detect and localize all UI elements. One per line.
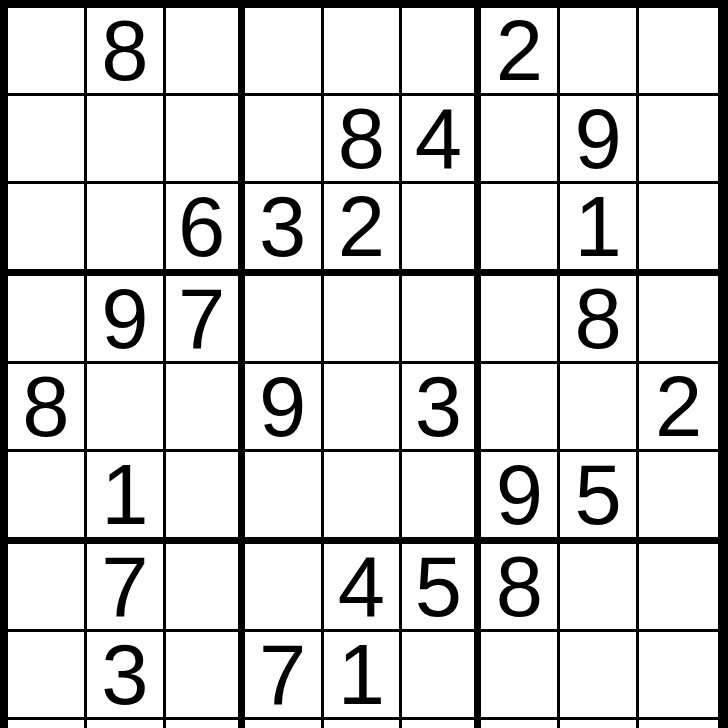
cell-r5c9[interactable]: 2 — [639, 364, 718, 452]
cell-r6c8[interactable]: 5 — [560, 452, 639, 544]
cell-digit: 6 — [178, 184, 225, 269]
cell-r4c5[interactable] — [324, 276, 403, 364]
cell-r1c8[interactable] — [560, 8, 639, 96]
cell-digit: 9 — [259, 364, 306, 449]
cell-r9c3[interactable]: 8 — [166, 720, 245, 728]
cell-r2c1[interactable] — [8, 96, 87, 184]
cell-r9c5[interactable] — [324, 720, 403, 728]
cell-digit: 8 — [338, 96, 385, 181]
cell-r6c5[interactable] — [324, 452, 403, 544]
cell-r5c4[interactable]: 9 — [245, 364, 324, 452]
cell-r2c8[interactable]: 9 — [560, 96, 639, 184]
cell-r1c1[interactable] — [8, 8, 87, 96]
cell-r8c7[interactable] — [481, 632, 560, 720]
cell-r6c7[interactable]: 9 — [481, 452, 560, 544]
cell-r1c2[interactable]: 8 — [87, 8, 166, 96]
cell-r4c9[interactable] — [639, 276, 718, 364]
cell-digit: 3 — [415, 364, 462, 449]
cell-r7c8[interactable] — [560, 544, 639, 632]
cell-r1c4[interactable] — [245, 8, 324, 96]
cell-r4c4[interactable] — [245, 276, 324, 364]
cell-r3c6[interactable] — [402, 184, 481, 276]
cell-r5c2[interactable] — [87, 364, 166, 452]
cell-r4c6[interactable] — [402, 276, 481, 364]
cell-digit: 7 — [101, 544, 148, 629]
cell-r6c3[interactable] — [166, 452, 245, 544]
cell-r9c4[interactable] — [245, 720, 324, 728]
cell-r8c9[interactable] — [639, 632, 718, 720]
cell-r9c6[interactable] — [402, 720, 481, 728]
cell-r5c1[interactable]: 8 — [8, 364, 87, 452]
cell-r4c2[interactable]: 9 — [87, 276, 166, 364]
cell-r5c3[interactable] — [166, 364, 245, 452]
cell-r6c9[interactable] — [639, 452, 718, 544]
cell-digit: 9 — [496, 452, 543, 537]
cell-digit: 9 — [101, 276, 148, 361]
cell-digit: 4 — [338, 544, 385, 629]
cell-r3c2[interactable] — [87, 184, 166, 276]
sudoku-board: 8284963219788932195745837184 — [0, 0, 728, 728]
cell-digit: 8 — [178, 720, 225, 728]
cell-digit: 8 — [496, 544, 543, 629]
cell-r2c9[interactable] — [639, 96, 718, 184]
cell-r3c9[interactable] — [639, 184, 718, 276]
cell-digit: 8 — [575, 276, 622, 361]
cell-digit: 2 — [655, 364, 702, 449]
cell-r2c7[interactable] — [481, 96, 560, 184]
cell-digit: 2 — [338, 184, 385, 269]
cell-r5c6[interactable]: 3 — [402, 364, 481, 452]
cell-r3c1[interactable] — [8, 184, 87, 276]
cell-digit: 1 — [101, 452, 148, 537]
cell-digit: 8 — [101, 8, 148, 93]
cell-digit: 7 — [178, 276, 225, 361]
cell-r1c3[interactable] — [166, 8, 245, 96]
cell-r5c8[interactable] — [560, 364, 639, 452]
cell-r9c1[interactable] — [8, 720, 87, 728]
cell-r8c8[interactable] — [560, 632, 639, 720]
cell-r1c6[interactable] — [402, 8, 481, 96]
cell-r2c5[interactable]: 8 — [324, 96, 403, 184]
cell-r3c8[interactable]: 1 — [560, 184, 639, 276]
cell-r7c2[interactable]: 7 — [87, 544, 166, 632]
cell-r9c7[interactable] — [481, 720, 560, 728]
cell-r4c8[interactable]: 8 — [560, 276, 639, 364]
cell-r8c5[interactable]: 1 — [324, 632, 403, 720]
cell-digit: 4 — [415, 96, 462, 181]
cell-r8c3[interactable] — [166, 632, 245, 720]
cell-r9c8[interactable]: 4 — [560, 720, 639, 728]
cell-r2c3[interactable] — [166, 96, 245, 184]
cell-r9c9[interactable] — [639, 720, 718, 728]
cell-digit: 8 — [22, 364, 69, 449]
cell-r4c3[interactable]: 7 — [166, 276, 245, 364]
cell-r1c9[interactable] — [639, 8, 718, 96]
cell-digit: 4 — [575, 720, 622, 728]
cell-r6c1[interactable] — [8, 452, 87, 544]
cell-r8c4[interactable]: 7 — [245, 632, 324, 720]
cell-r8c6[interactable] — [402, 632, 481, 720]
cell-digit: 5 — [415, 544, 462, 629]
cell-r7c1[interactable] — [8, 544, 87, 632]
cell-digit: 5 — [575, 452, 622, 537]
cell-r3c7[interactable] — [481, 184, 560, 276]
cell-r3c5[interactable]: 2 — [324, 184, 403, 276]
cell-r7c4[interactable] — [245, 544, 324, 632]
cell-r5c5[interactable] — [324, 364, 403, 452]
cell-digit: 9 — [575, 96, 622, 181]
cell-r2c6[interactable]: 4 — [402, 96, 481, 184]
cell-r2c4[interactable] — [245, 96, 324, 184]
cell-digit: 1 — [338, 632, 385, 717]
cell-r1c7[interactable]: 2 — [481, 8, 560, 96]
cell-r7c9[interactable] — [639, 544, 718, 632]
cell-r8c2[interactable]: 3 — [87, 632, 166, 720]
cell-r3c3[interactable]: 6 — [166, 184, 245, 276]
cell-r7c5[interactable]: 4 — [324, 544, 403, 632]
cell-digit: 3 — [101, 632, 148, 717]
cell-r6c4[interactable] — [245, 452, 324, 544]
cell-digit: 1 — [575, 184, 622, 269]
cell-r4c1[interactable] — [8, 276, 87, 364]
cell-r5c7[interactable] — [481, 364, 560, 452]
cell-r7c3[interactable] — [166, 544, 245, 632]
cell-r4c7[interactable] — [481, 276, 560, 364]
cell-digit: 2 — [496, 8, 543, 93]
cell-r7c6[interactable]: 5 — [402, 544, 481, 632]
cell-r1c5[interactable] — [324, 8, 403, 96]
cell-r6c6[interactable] — [402, 452, 481, 544]
cell-r8c1[interactable] — [8, 632, 87, 720]
cell-digit: 3 — [259, 184, 306, 269]
cell-digit: 7 — [259, 632, 306, 717]
cell-r9c2[interactable] — [87, 720, 166, 728]
cell-r7c7[interactable]: 8 — [481, 544, 560, 632]
cell-r6c2[interactable]: 1 — [87, 452, 166, 544]
cell-r2c2[interactable] — [87, 96, 166, 184]
cell-r3c4[interactable]: 3 — [245, 184, 324, 276]
